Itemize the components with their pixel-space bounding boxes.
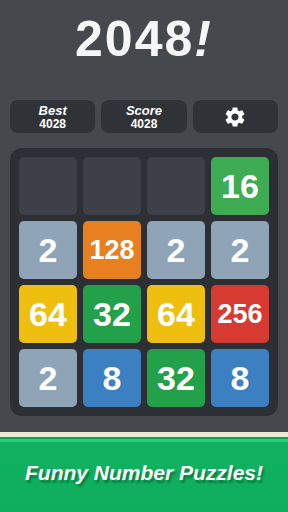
gear-icon (223, 105, 247, 129)
best-value: 4028 (39, 118, 66, 131)
app-title: 2048! (0, 12, 288, 67)
best-label: Best (39, 103, 67, 118)
tile-2: 2 (211, 221, 269, 279)
tile-32: 32 (83, 285, 141, 343)
ad-banner[interactable]: Funny Number Puzzles! (0, 437, 288, 512)
score-label: Score (126, 103, 162, 118)
score-value: 4028 (131, 118, 158, 131)
tile-2: 2 (19, 349, 77, 407)
tile-128: 128 (83, 221, 141, 279)
score-badge: Score 4028 (101, 100, 186, 133)
scorebar: Best 4028 Score 4028 (10, 100, 278, 133)
tile-16: 16 (211, 157, 269, 215)
empty-cell (83, 157, 141, 215)
game-board[interactable]: 1621282264326425628328 (10, 148, 278, 416)
tile-256: 256 (211, 285, 269, 343)
tile-8: 8 (211, 349, 269, 407)
title-exclaim: ! (194, 11, 213, 67)
best-score-badge: Best 4028 (10, 100, 95, 133)
tile-64: 64 (147, 285, 205, 343)
banner-text: Funny Number Puzzles! (25, 461, 263, 489)
empty-cell (19, 157, 77, 215)
tile-2: 2 (147, 221, 205, 279)
tile-64: 64 (19, 285, 77, 343)
settings-button[interactable] (193, 100, 278, 133)
tile-8: 8 (83, 349, 141, 407)
tile-2: 2 (19, 221, 77, 279)
title-digits: 2048 (75, 11, 194, 67)
tile-32: 32 (147, 349, 205, 407)
empty-cell (147, 157, 205, 215)
